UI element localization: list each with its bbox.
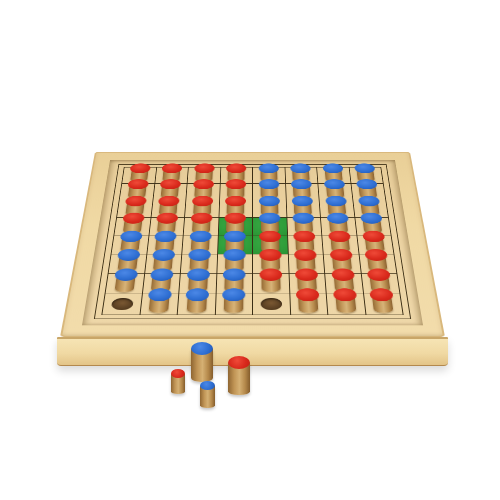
peg-cap	[200, 381, 215, 390]
peg-cap	[223, 268, 246, 280]
cell-r8c4	[215, 294, 253, 315]
peg-cap	[259, 230, 281, 241]
peg-cap	[259, 249, 281, 261]
game-board	[101, 167, 403, 315]
board-front-edge	[57, 337, 448, 366]
cell-r8c3	[178, 294, 216, 315]
peg-cap	[354, 163, 375, 173]
peg-cap	[259, 268, 282, 280]
peg-cap	[365, 249, 389, 261]
loose-small-red-peg[interactable]	[171, 369, 185, 394]
blue-peg[interactable]	[112, 268, 138, 292]
loose-large-blue-peg[interactable]	[191, 342, 213, 382]
blue-peg[interactable]	[147, 288, 173, 313]
peg-cap	[225, 196, 246, 207]
peg-cap	[295, 268, 318, 280]
loose-large-red-peg[interactable]	[228, 356, 250, 395]
peg-cap	[226, 163, 246, 173]
cell-r8c7	[327, 294, 366, 315]
cell-r8c6	[290, 294, 328, 315]
game-board-3d	[60, 152, 445, 337]
cell-r8c1	[102, 294, 142, 315]
empty-hole[interactable]	[111, 298, 134, 310]
peg-cap	[293, 230, 315, 241]
peg-cap	[191, 213, 213, 224]
peg-cap	[194, 163, 215, 173]
board-surface	[82, 160, 423, 326]
cell-r8c8	[364, 294, 404, 315]
peg-cap	[322, 163, 343, 173]
red-peg[interactable]	[333, 288, 359, 313]
peg-cap	[188, 249, 211, 261]
peg-cap	[331, 268, 355, 280]
peg-cap	[259, 163, 279, 173]
peg-cap	[185, 288, 209, 301]
peg-cap	[324, 179, 345, 189]
blue-peg[interactable]	[222, 288, 246, 313]
red-peg[interactable]	[296, 288, 321, 313]
peg-cap	[193, 179, 214, 189]
loose-small-blue-peg[interactable]	[200, 381, 215, 408]
peg-cap	[187, 268, 210, 280]
peg-cap	[224, 230, 246, 241]
peg-cap	[328, 230, 351, 241]
peg-cap	[192, 196, 213, 207]
peg-cap	[333, 288, 357, 301]
peg-cap	[356, 179, 378, 189]
peg-cap	[290, 163, 311, 173]
empty-hole[interactable]	[260, 298, 282, 310]
printed-outer-border	[94, 164, 411, 319]
peg-cap	[360, 213, 383, 224]
peg-cap	[292, 196, 313, 207]
peg-cap	[171, 369, 185, 378]
cell-r7c5	[253, 274, 290, 294]
cell-r7c1	[105, 274, 144, 294]
peg-cap	[191, 342, 213, 355]
blue-peg[interactable]	[184, 288, 209, 313]
peg-cap	[259, 213, 280, 224]
cell-r8c2	[140, 294, 179, 315]
peg-cap	[259, 179, 280, 189]
peg-cap	[228, 356, 250, 369]
peg-cap	[326, 213, 348, 224]
peg-cap	[259, 196, 280, 207]
peg-cap	[362, 230, 385, 241]
scene	[0, 0, 500, 500]
peg-cap	[329, 249, 352, 261]
peg-cap	[189, 230, 211, 241]
cell-r8c5	[253, 294, 291, 315]
peg-cap	[325, 196, 347, 207]
peg-cap	[367, 268, 391, 280]
red-peg[interactable]	[259, 268, 282, 292]
peg-cap	[369, 288, 394, 301]
red-peg[interactable]	[369, 288, 395, 313]
peg-cap	[358, 196, 380, 207]
